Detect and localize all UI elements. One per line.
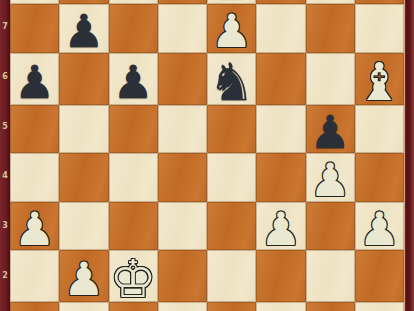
square-h7[interactable] xyxy=(355,4,404,53)
square-b7[interactable]: ♟ xyxy=(59,4,108,53)
white-pawn[interactable]: ♟ xyxy=(14,206,55,252)
square-f7[interactable] xyxy=(256,4,305,53)
square-e6[interactable]: ♞ xyxy=(207,53,256,105)
board-grid: ♚♟♟♟♟♞♝♟♟♟♟♟♟♚ xyxy=(10,0,404,311)
square-b4[interactable] xyxy=(59,153,108,202)
white-pawn[interactable]: ♟ xyxy=(211,8,252,54)
square-g2[interactable] xyxy=(306,250,355,302)
square-h3[interactable]: ♟ xyxy=(355,202,404,251)
square-b5[interactable] xyxy=(59,105,108,154)
board-border-right xyxy=(404,0,414,311)
rank-label-2: 2 xyxy=(0,271,10,281)
square-d4[interactable] xyxy=(158,153,207,202)
square-d1[interactable] xyxy=(158,302,207,311)
square-a5[interactable] xyxy=(10,105,59,154)
square-g6[interactable] xyxy=(306,53,355,105)
square-c2[interactable]: ♚ xyxy=(109,250,158,302)
square-c3[interactable] xyxy=(109,202,158,251)
square-f4[interactable] xyxy=(256,153,305,202)
white-bishop[interactable]: ♝ xyxy=(356,56,403,108)
square-a7[interactable] xyxy=(10,4,59,53)
square-e3[interactable] xyxy=(207,202,256,251)
square-a1[interactable] xyxy=(10,302,59,311)
rank-label-3: 3 xyxy=(0,221,10,231)
square-h1[interactable] xyxy=(355,302,404,311)
square-b6[interactable] xyxy=(59,53,108,105)
square-b3[interactable] xyxy=(59,202,108,251)
square-g4[interactable]: ♟ xyxy=(306,153,355,202)
square-a2[interactable] xyxy=(10,250,59,302)
rank-label-4: 4 xyxy=(0,171,10,181)
square-c7[interactable] xyxy=(109,4,158,53)
white-pawn[interactable]: ♟ xyxy=(63,256,104,302)
board-border-left: 765432 xyxy=(0,0,10,311)
black-pawn[interactable]: ♟ xyxy=(113,59,154,105)
square-d6[interactable] xyxy=(158,53,207,105)
square-d7[interactable] xyxy=(158,4,207,53)
square-g3[interactable] xyxy=(306,202,355,251)
square-g1[interactable] xyxy=(306,302,355,311)
square-a6[interactable]: ♟ xyxy=(10,53,59,105)
square-f6[interactable] xyxy=(256,53,305,105)
chessboard: ♚♟♟♟♟♞♝♟♟♟♟♟♟♚ 765432 xyxy=(0,0,414,311)
white-pawn[interactable]: ♟ xyxy=(260,206,301,252)
square-e7[interactable]: ♟ xyxy=(207,4,256,53)
rank-label-7: 7 xyxy=(0,22,10,32)
square-c5[interactable] xyxy=(109,105,158,154)
square-h5[interactable] xyxy=(355,105,404,154)
square-f1[interactable] xyxy=(256,302,305,311)
square-f3[interactable]: ♟ xyxy=(256,202,305,251)
rank-label-5: 5 xyxy=(0,122,10,132)
square-e1[interactable] xyxy=(207,302,256,311)
rank-label-6: 6 xyxy=(0,72,10,82)
square-e5[interactable] xyxy=(207,105,256,154)
square-b2[interactable]: ♟ xyxy=(59,250,108,302)
square-e4[interactable] xyxy=(207,153,256,202)
square-d5[interactable] xyxy=(158,105,207,154)
square-g7[interactable] xyxy=(306,4,355,53)
square-a4[interactable] xyxy=(10,153,59,202)
square-h6[interactable]: ♝ xyxy=(355,53,404,105)
square-d2[interactable] xyxy=(158,250,207,302)
square-h4[interactable] xyxy=(355,153,404,202)
white-king[interactable]: ♚ xyxy=(110,253,157,305)
white-pawn[interactable]: ♟ xyxy=(359,206,400,252)
square-f5[interactable] xyxy=(256,105,305,154)
square-g5[interactable]: ♟ xyxy=(306,105,355,154)
black-pawn[interactable]: ♟ xyxy=(14,59,55,105)
square-c6[interactable]: ♟ xyxy=(109,53,158,105)
white-pawn[interactable]: ♟ xyxy=(310,157,351,203)
black-knight[interactable]: ♞ xyxy=(208,56,255,108)
square-e2[interactable] xyxy=(207,250,256,302)
square-c4[interactable] xyxy=(109,153,158,202)
square-f2[interactable] xyxy=(256,250,305,302)
square-d3[interactable] xyxy=(158,202,207,251)
black-pawn[interactable]: ♟ xyxy=(310,109,351,155)
black-pawn[interactable]: ♟ xyxy=(63,8,104,54)
square-a3[interactable]: ♟ xyxy=(10,202,59,251)
square-h2[interactable] xyxy=(355,250,404,302)
